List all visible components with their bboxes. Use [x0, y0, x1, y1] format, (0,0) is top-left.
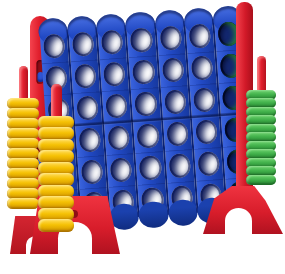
stack-front-left [38, 84, 74, 232]
board-cell-r6c5 [167, 181, 196, 215]
board-cell-r3c3 [102, 89, 131, 123]
empty-hole [74, 64, 97, 89]
yellow-ring [7, 198, 39, 210]
board-cell-r3c6 [189, 83, 218, 117]
board-cell-r4c6 [192, 115, 221, 149]
empty-hole [141, 187, 164, 212]
empty-hole [139, 155, 162, 180]
empty-hole [159, 26, 182, 51]
empty-hole [161, 58, 184, 83]
board-cell-r3c4 [131, 87, 160, 121]
empty-hole [134, 91, 157, 116]
empty-hole [110, 157, 133, 182]
empty-hole [112, 189, 135, 214]
empty-hole [197, 151, 220, 176]
empty-hole [164, 89, 187, 114]
empty-hole [130, 28, 153, 53]
empty-hole [195, 119, 218, 144]
board-cell-r2c2 [71, 59, 100, 93]
board-cell-r1c3 [98, 25, 127, 59]
empty-hole [170, 185, 193, 210]
yellow-ring [38, 219, 74, 232]
board-cell-r1c5 [156, 21, 185, 55]
empty-hole [108, 125, 131, 150]
board-cell-r3c5 [160, 85, 189, 119]
board-cell-r1c1 [40, 29, 69, 63]
board-cell-r4c3 [104, 121, 133, 155]
empty-hole [190, 55, 213, 80]
stack-back-left [7, 66, 39, 209]
empty-hole [81, 159, 104, 184]
board-cell-r6c4 [138, 183, 167, 217]
empty-hole [193, 87, 216, 112]
board-cell-r2c4 [129, 55, 158, 89]
board-cell-r1c2 [69, 27, 98, 61]
board-cell-r4c2 [75, 123, 104, 157]
empty-hole [166, 121, 189, 146]
board-cell-r2c5 [158, 53, 187, 87]
board-cell-r1c4 [127, 23, 156, 57]
board-cell-r3c2 [73, 91, 102, 125]
empty-hole [105, 94, 128, 119]
board-cell-r5c6 [194, 147, 223, 181]
board-cell-r5c2 [78, 155, 107, 189]
empty-hole [137, 123, 160, 148]
ring-stack [7, 99, 39, 209]
storage-rod [51, 84, 62, 119]
stack-right [246, 56, 276, 185]
product-photo-giant-connect-four [0, 0, 285, 274]
board-cell-r2c6 [187, 51, 216, 85]
board-cell-r4c5 [163, 117, 192, 151]
empty-hole [76, 96, 99, 121]
empty-hole [79, 127, 102, 152]
empty-hole [72, 32, 95, 57]
empty-hole [101, 30, 124, 55]
empty-hole [103, 62, 126, 87]
empty-hole [188, 24, 211, 49]
empty-hole [168, 153, 191, 178]
board-cell-r6c3 [109, 185, 138, 219]
board-cell-r5c3 [107, 153, 136, 187]
board-cell-r5c5 [165, 149, 194, 183]
board-cell-r2c3 [100, 57, 129, 91]
board-cell-r5c4 [136, 151, 165, 185]
foot-arch-cutout [225, 208, 252, 234]
ring-stack [246, 91, 276, 185]
board-cell-r1c6 [185, 19, 214, 53]
board-cell-r4c4 [133, 119, 162, 153]
empty-hole [132, 60, 155, 85]
empty-hole [43, 34, 66, 59]
ring-stack [38, 117, 74, 232]
storage-rod [19, 66, 28, 101]
storage-rod [257, 56, 266, 93]
green-ring [246, 175, 276, 185]
